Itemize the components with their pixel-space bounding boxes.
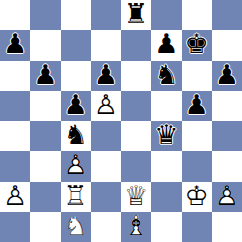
square-d7[interactable] <box>91 30 121 60</box>
square-f6[interactable]: ♞ <box>151 61 181 91</box>
square-d6[interactable]: ♟ <box>91 61 121 91</box>
piece-white-knight[interactable]: ♞♘ <box>61 212 91 242</box>
square-g3[interactable] <box>182 151 212 181</box>
piece-white-bishop[interactable]: ♝♗ <box>121 212 151 242</box>
square-e4[interactable] <box>121 121 151 151</box>
piece-white-queen[interactable]: ♛♕ <box>121 182 151 212</box>
square-h3[interactable] <box>212 151 242 181</box>
square-c5[interactable]: ♟ <box>61 91 91 121</box>
square-a4[interactable] <box>0 121 30 151</box>
square-h8[interactable] <box>212 0 242 30</box>
square-h1[interactable] <box>212 212 242 242</box>
square-f2[interactable] <box>151 182 181 212</box>
square-c3[interactable]: ♟♙ <box>61 151 91 181</box>
square-e5[interactable] <box>121 91 151 121</box>
square-g5[interactable]: ♟ <box>182 91 212 121</box>
square-d1[interactable] <box>91 212 121 242</box>
square-a5[interactable] <box>0 91 30 121</box>
square-e7[interactable] <box>121 30 151 60</box>
square-e8[interactable]: ♜ <box>121 0 151 30</box>
square-h2[interactable]: ♟♙ <box>212 182 242 212</box>
square-b1[interactable] <box>30 212 60 242</box>
square-b5[interactable] <box>30 91 60 121</box>
chess-board-grid: ♜♟♟♚♟♟♞♟♟♟♙♟♞♛♟♙♟♙♜♖♛♕♚♔♟♙♞♘♝♗ <box>0 0 242 242</box>
piece-black-knight[interactable]: ♞ <box>151 61 181 91</box>
square-f5[interactable] <box>151 91 181 121</box>
piece-black-king[interactable]: ♚ <box>182 30 212 60</box>
square-c8[interactable] <box>61 0 91 30</box>
piece-white-rook[interactable]: ♜♖ <box>61 182 91 212</box>
piece-black-pawn[interactable]: ♟ <box>212 61 242 91</box>
square-d5[interactable]: ♟♙ <box>91 91 121 121</box>
square-c4[interactable]: ♞ <box>61 121 91 151</box>
square-c1[interactable]: ♞♘ <box>61 212 91 242</box>
square-a2[interactable]: ♟♙ <box>0 182 30 212</box>
square-c7[interactable] <box>61 30 91 60</box>
square-a1[interactable] <box>0 212 30 242</box>
square-c6[interactable] <box>61 61 91 91</box>
square-f1[interactable] <box>151 212 181 242</box>
piece-black-pawn[interactable]: ♟ <box>61 91 91 121</box>
piece-white-pawn[interactable]: ♟♙ <box>212 182 242 212</box>
square-b6[interactable]: ♟ <box>30 61 60 91</box>
square-a3[interactable] <box>0 151 30 181</box>
square-h7[interactable] <box>212 30 242 60</box>
square-h4[interactable] <box>212 121 242 151</box>
square-b2[interactable] <box>30 182 60 212</box>
square-d3[interactable] <box>91 151 121 181</box>
square-g2[interactable]: ♚♔ <box>182 182 212 212</box>
square-g8[interactable] <box>182 0 212 30</box>
square-e2[interactable]: ♛♕ <box>121 182 151 212</box>
square-a6[interactable] <box>0 61 30 91</box>
square-d4[interactable] <box>91 121 121 151</box>
square-d2[interactable] <box>91 182 121 212</box>
square-d8[interactable] <box>91 0 121 30</box>
square-f4[interactable]: ♛ <box>151 121 181 151</box>
square-e3[interactable] <box>121 151 151 181</box>
piece-black-pawn[interactable]: ♟ <box>91 61 121 91</box>
piece-white-pawn[interactable]: ♟♙ <box>0 182 30 212</box>
square-g6[interactable] <box>182 61 212 91</box>
square-f3[interactable] <box>151 151 181 181</box>
chess-board: ♜♟♟♚♟♟♞♟♟♟♙♟♞♛♟♙♟♙♜♖♛♕♚♔♟♙♞♘♝♗ <box>0 0 242 242</box>
piece-black-rook[interactable]: ♜ <box>121 0 151 30</box>
piece-white-pawn[interactable]: ♟♙ <box>91 91 121 121</box>
square-e6[interactable] <box>121 61 151 91</box>
square-g7[interactable]: ♚ <box>182 30 212 60</box>
square-f8[interactable] <box>151 0 181 30</box>
piece-white-king[interactable]: ♚♔ <box>182 182 212 212</box>
piece-black-pawn[interactable]: ♟ <box>182 91 212 121</box>
square-a7[interactable]: ♟ <box>0 30 30 60</box>
piece-black-pawn[interactable]: ♟ <box>151 30 181 60</box>
piece-black-pawn[interactable]: ♟ <box>30 61 60 91</box>
square-g4[interactable] <box>182 121 212 151</box>
square-b4[interactable] <box>30 121 60 151</box>
square-b8[interactable] <box>30 0 60 30</box>
square-a8[interactable] <box>0 0 30 30</box>
piece-black-pawn[interactable]: ♟ <box>0 30 30 60</box>
square-h5[interactable] <box>212 91 242 121</box>
square-b3[interactable] <box>30 151 60 181</box>
square-h6[interactable]: ♟ <box>212 61 242 91</box>
square-c2[interactable]: ♜♖ <box>61 182 91 212</box>
square-f7[interactable]: ♟ <box>151 30 181 60</box>
square-b7[interactable] <box>30 30 60 60</box>
piece-black-queen[interactable]: ♛ <box>151 121 181 151</box>
square-g1[interactable] <box>182 212 212 242</box>
piece-white-pawn[interactable]: ♟♙ <box>61 151 91 181</box>
square-e1[interactable]: ♝♗ <box>121 212 151 242</box>
piece-black-knight[interactable]: ♞ <box>61 121 91 151</box>
